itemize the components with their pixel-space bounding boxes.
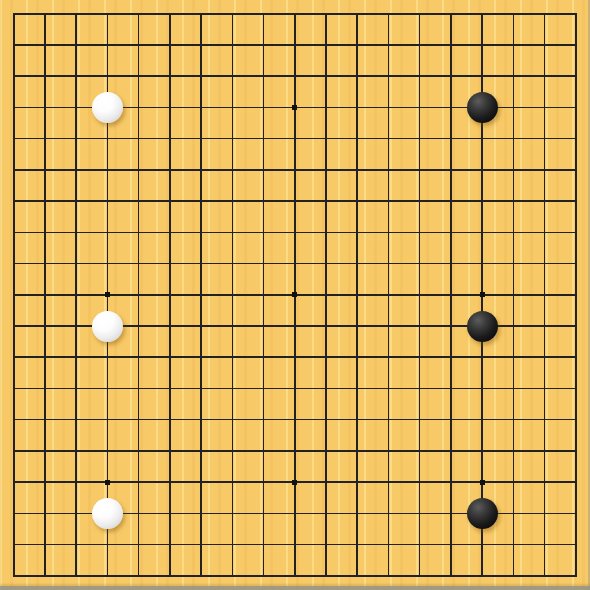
black-stone: ● [467, 498, 498, 529]
white-stone: ○ [92, 92, 123, 123]
white-stone: ○ [92, 498, 123, 529]
board-points-layer: ○○○●●● [0, 0, 590, 590]
star-point [480, 292, 485, 297]
go-board[interactable]: ○○○●●● [0, 0, 590, 590]
star-point [105, 292, 110, 297]
white-stone: ○ [92, 311, 123, 342]
star-point [292, 480, 297, 485]
black-stone: ● [467, 311, 498, 342]
star-point [480, 480, 485, 485]
star-point [292, 292, 297, 297]
star-point [105, 480, 110, 485]
black-stone: ● [467, 92, 498, 123]
star-point [292, 105, 297, 110]
